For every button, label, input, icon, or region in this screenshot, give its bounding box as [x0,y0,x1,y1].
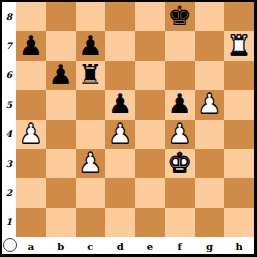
square-b4[interactable] [46,120,76,149]
piece-white-pawn[interactable]: ♟ [168,120,192,147]
square-b1[interactable] [46,208,76,237]
square-e1[interactable] [135,208,165,237]
square-d4[interactable]: ♟ [105,120,135,149]
rank-labels: 87654321 [2,2,16,237]
file-label-e: e [135,237,165,254]
square-f7[interactable] [165,31,195,60]
rank-label-7: 7 [2,31,16,60]
square-e3[interactable] [135,149,165,178]
file-label-a: a [16,237,46,254]
piece-black-king[interactable]: ♚ [168,2,192,29]
square-c5[interactable] [76,90,106,119]
file-label-b: b [46,237,76,254]
square-f8[interactable]: ♚ [165,2,195,31]
piece-white-pawn[interactable]: ♟ [197,90,221,117]
square-g4[interactable] [195,120,225,149]
rank-label-5: 5 [2,90,16,119]
square-f3[interactable]: ♚ [165,149,195,178]
square-f2[interactable] [165,178,195,207]
square-b8[interactable] [46,2,76,31]
square-f4[interactable]: ♟ [165,120,195,149]
square-g8[interactable] [195,2,225,31]
piece-white-pawn[interactable]: ♟ [78,149,102,176]
file-label-h: h [224,237,254,254]
piece-white-pawn[interactable]: ♟ [19,120,43,147]
square-h4[interactable] [224,120,254,149]
square-c6[interactable]: ♜ [76,61,106,90]
square-d2[interactable] [105,178,135,207]
square-a2[interactable] [16,178,46,207]
piece-black-pawn[interactable]: ♟ [19,32,43,59]
file-labels: abcdefgh [16,237,254,254]
square-a7[interactable]: ♟ [16,31,46,60]
square-c3[interactable]: ♟ [76,149,106,178]
square-h7[interactable]: ♜ [224,31,254,60]
rank-label-6: 6 [2,61,16,90]
file-label-d: d [105,237,135,254]
square-h3[interactable] [224,149,254,178]
square-f5[interactable]: ♟ [165,90,195,119]
square-e7[interactable] [135,31,165,60]
square-e5[interactable] [135,90,165,119]
square-h8[interactable] [224,2,254,31]
side-to-move-indicator [3,238,17,252]
piece-black-pawn[interactable]: ♟ [49,61,73,88]
square-h1[interactable] [224,208,254,237]
square-g3[interactable] [195,149,225,178]
chess-board: ♚♟♟♜♟♜♟♟♟♟♟♟♟♚ [16,2,254,237]
square-f6[interactable] [165,61,195,90]
square-g5[interactable]: ♟ [195,90,225,119]
file-label-f: f [165,237,195,254]
square-d1[interactable] [105,208,135,237]
square-h2[interactable] [224,178,254,207]
square-g7[interactable] [195,31,225,60]
square-d5[interactable]: ♟ [105,90,135,119]
square-e6[interactable] [135,61,165,90]
square-d7[interactable] [105,31,135,60]
rank-label-2: 2 [2,178,16,207]
square-c7[interactable]: ♟ [76,31,106,60]
square-c2[interactable] [76,178,106,207]
rank-label-1: 1 [2,208,16,237]
square-d6[interactable] [105,61,135,90]
piece-black-pawn[interactable]: ♟ [108,90,132,117]
square-b6[interactable]: ♟ [46,61,76,90]
square-b5[interactable] [46,90,76,119]
square-a6[interactable] [16,61,46,90]
square-b7[interactable] [46,31,76,60]
square-a8[interactable] [16,2,46,31]
piece-black-pawn[interactable]: ♟ [168,90,192,117]
rank-label-8: 8 [2,2,16,31]
square-e2[interactable] [135,178,165,207]
square-f1[interactable] [165,208,195,237]
piece-black-rook[interactable]: ♜ [78,61,102,88]
square-b3[interactable] [46,149,76,178]
piece-white-king[interactable]: ♚ [168,149,192,176]
file-label-g: g [195,237,225,254]
piece-white-pawn[interactable]: ♟ [108,120,132,147]
file-label-c: c [76,237,106,254]
board-corner [2,237,16,254]
square-d8[interactable] [105,2,135,31]
square-g6[interactable] [195,61,225,90]
square-a1[interactable] [16,208,46,237]
square-b2[interactable] [46,178,76,207]
square-h5[interactable] [224,90,254,119]
piece-white-rook[interactable]: ♜ [227,32,251,59]
square-h6[interactable] [224,61,254,90]
square-g2[interactable] [195,178,225,207]
rank-label-4: 4 [2,120,16,149]
chess-diagram: 87654321 ♚♟♟♜♟♜♟♟♟♟♟♟♟♚ abcdefgh [0,0,257,257]
piece-black-pawn[interactable]: ♟ [78,32,102,59]
rank-label-3: 3 [2,149,16,178]
square-c4[interactable] [76,120,106,149]
square-c1[interactable] [76,208,106,237]
square-c8[interactable] [76,2,106,31]
square-e8[interactable] [135,2,165,31]
square-a5[interactable] [16,90,46,119]
square-e4[interactable] [135,120,165,149]
square-a3[interactable] [16,149,46,178]
square-g1[interactable] [195,208,225,237]
square-d3[interactable] [105,149,135,178]
square-a4[interactable]: ♟ [16,120,46,149]
